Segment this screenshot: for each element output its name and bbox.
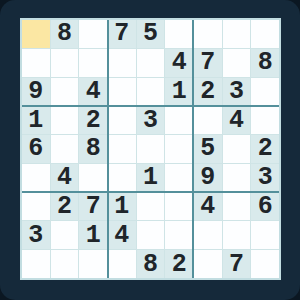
cell-r2c2[interactable]	[51, 49, 79, 77]
cell-r9c1[interactable]	[22, 250, 50, 278]
cell-r6c9[interactable]: 3	[251, 164, 279, 192]
cell-r1c2[interactable]: 8	[51, 20, 79, 48]
cell-r1c6[interactable]	[165, 20, 193, 48]
cell-r5c2[interactable]	[51, 135, 79, 163]
cell-r7c9[interactable]: 6	[251, 193, 279, 221]
cell-r3c4[interactable]	[108, 78, 136, 106]
cell-r7c3[interactable]: 7	[79, 193, 107, 221]
cell-r8c3[interactable]: 1	[79, 221, 107, 249]
cell-r7c2[interactable]: 2	[51, 193, 79, 221]
cell-r8c9[interactable]	[251, 221, 279, 249]
cell-r8c6[interactable]	[165, 221, 193, 249]
cell-r3c9[interactable]	[251, 78, 279, 106]
cell-r1c9[interactable]	[251, 20, 279, 48]
cell-r6c6[interactable]	[165, 164, 193, 192]
cell-r2c3[interactable]	[79, 49, 107, 77]
cell-r3c2[interactable]	[51, 78, 79, 106]
cell-r1c7[interactable]	[194, 20, 222, 48]
cell-r7c6[interactable]	[165, 193, 193, 221]
cell-r4c2[interactable]	[51, 106, 79, 134]
cell-r7c4[interactable]: 1	[108, 193, 136, 221]
cell-r9c9[interactable]	[251, 250, 279, 278]
cell-r5c8[interactable]	[223, 135, 251, 163]
cell-r4c3[interactable]: 2	[79, 106, 107, 134]
cell-r2c8[interactable]	[223, 49, 251, 77]
cell-r1c3[interactable]	[79, 20, 107, 48]
cell-r8c5[interactable]	[137, 221, 165, 249]
cell-r6c1[interactable]	[22, 164, 50, 192]
cell-r6c5[interactable]: 1	[137, 164, 165, 192]
cell-r3c1[interactable]: 9	[22, 78, 50, 106]
cell-r9c7[interactable]	[194, 250, 222, 278]
cell-r5c6[interactable]	[165, 135, 193, 163]
cell-r2c6[interactable]: 4	[165, 49, 193, 77]
cell-r7c7[interactable]: 4	[194, 193, 222, 221]
app-background: 8754789412312346852419327146314827	[0, 0, 300, 300]
cell-r3c8[interactable]: 3	[223, 78, 251, 106]
cell-r5c7[interactable]: 5	[194, 135, 222, 163]
cell-r1c5[interactable]: 5	[137, 20, 165, 48]
cell-r6c4[interactable]	[108, 164, 136, 192]
cell-r8c7[interactable]	[194, 221, 222, 249]
cell-r5c5[interactable]	[137, 135, 165, 163]
cell-r2c9[interactable]: 8	[251, 49, 279, 77]
cell-r4c1[interactable]: 1	[22, 106, 50, 134]
cell-r7c5[interactable]	[137, 193, 165, 221]
cell-r8c1[interactable]: 3	[22, 221, 50, 249]
cell-r5c9[interactable]: 2	[251, 135, 279, 163]
cell-r6c2[interactable]: 4	[51, 164, 79, 192]
cell-r1c1[interactable]	[22, 20, 50, 48]
sudoku-board: 8754789412312346852419327146314827	[20, 18, 281, 280]
cell-r6c8[interactable]	[223, 164, 251, 192]
cell-r4c6[interactable]	[165, 106, 193, 134]
cell-r9c5[interactable]: 8	[137, 250, 165, 278]
cell-r9c6[interactable]: 2	[165, 250, 193, 278]
cell-r8c4[interactable]: 4	[108, 221, 136, 249]
cell-r2c5[interactable]	[137, 49, 165, 77]
cell-r9c3[interactable]	[79, 250, 107, 278]
cell-r5c1[interactable]: 6	[22, 135, 50, 163]
cell-r9c8[interactable]: 7	[223, 250, 251, 278]
cell-r4c7[interactable]	[194, 106, 222, 134]
cell-r1c8[interactable]	[223, 20, 251, 48]
cell-r3c5[interactable]	[137, 78, 165, 106]
cell-r5c4[interactable]	[108, 135, 136, 163]
cell-r9c4[interactable]	[108, 250, 136, 278]
cell-r2c4[interactable]	[108, 49, 136, 77]
cell-r4c5[interactable]: 3	[137, 106, 165, 134]
cell-r3c7[interactable]: 2	[194, 78, 222, 106]
cell-r7c8[interactable]	[223, 193, 251, 221]
cell-r6c7[interactable]: 9	[194, 164, 222, 192]
cell-r2c1[interactable]	[22, 49, 50, 77]
cell-r1c4[interactable]: 7	[108, 20, 136, 48]
cell-r3c3[interactable]: 4	[79, 78, 107, 106]
cell-r7c1[interactable]	[22, 193, 50, 221]
cell-r2c7[interactable]: 7	[194, 49, 222, 77]
cell-r4c8[interactable]: 4	[223, 106, 251, 134]
cell-r6c3[interactable]	[79, 164, 107, 192]
cell-r3c6[interactable]: 1	[165, 78, 193, 106]
cell-r4c4[interactable]	[108, 106, 136, 134]
cell-r5c3[interactable]: 8	[79, 135, 107, 163]
cell-r8c8[interactable]	[223, 221, 251, 249]
cell-r9c2[interactable]	[51, 250, 79, 278]
cell-r8c2[interactable]	[51, 221, 79, 249]
cell-r4c9[interactable]	[251, 106, 279, 134]
